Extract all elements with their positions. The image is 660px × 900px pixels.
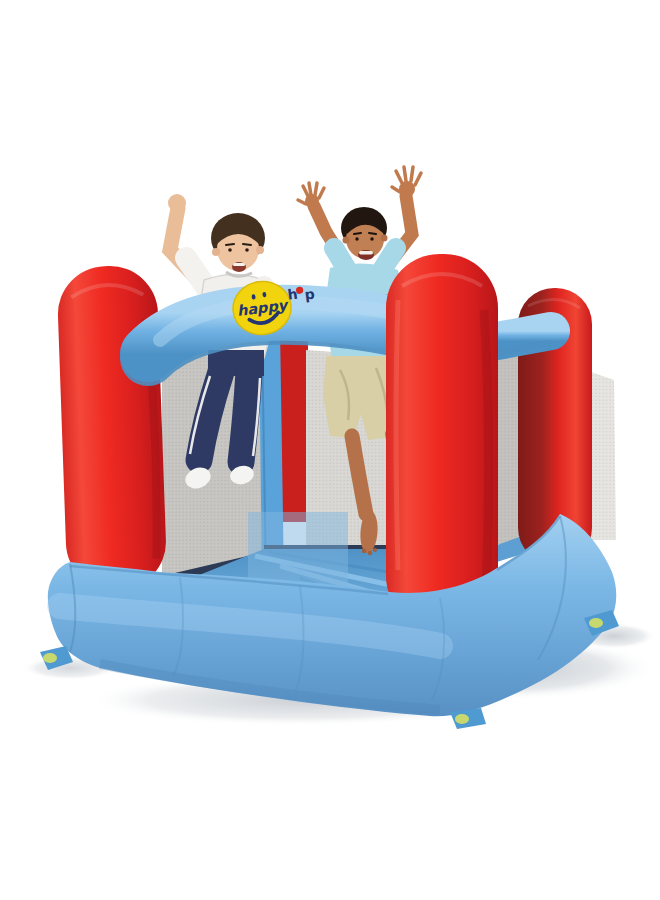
front-right-pillar (386, 254, 498, 630)
boy-left-ear (212, 248, 220, 256)
boy-left-teeth (233, 263, 245, 266)
boy-left-eye-right (245, 248, 249, 252)
front-mesh-haze (248, 512, 348, 588)
boy-right-eye-right (370, 237, 373, 240)
logo-hop-p: p (304, 286, 316, 303)
boy-right-toes (362, 549, 366, 553)
boy-left-ear-right (256, 246, 264, 254)
anchor-tab-left-loop (43, 653, 57, 663)
bounce-house-scene: happy h p (0, 0, 660, 900)
boy-left-fist (168, 194, 186, 212)
logo-hop-h: h (287, 286, 299, 303)
right-mesh-texture (497, 348, 519, 544)
boy-left-pant-leg-right (241, 372, 249, 462)
boy-right-eye (355, 237, 358, 240)
boy-right-ear-right (381, 235, 388, 242)
back-left-pillar-band (280, 316, 308, 522)
anchor-tab-right-loop (589, 618, 603, 628)
boy-right-toes-2 (368, 551, 372, 555)
front-right-pillar-shade (484, 310, 489, 590)
boy-right-ear (343, 237, 350, 244)
boy-right-toes-3 (373, 548, 377, 552)
boy-right-teeth (359, 251, 373, 255)
far-right-mesh-texture (591, 372, 616, 540)
side-top-beam (497, 331, 551, 341)
anchor-tab-bottom-loop (455, 714, 469, 724)
boy-left-eye (228, 248, 232, 252)
front-left-pillar (56, 264, 167, 591)
product-photo: happy h p (0, 0, 660, 900)
front-right-pillar-light (396, 300, 398, 570)
